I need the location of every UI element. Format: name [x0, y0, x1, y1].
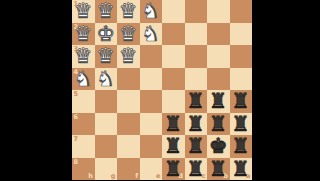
- white-knight[interactable]: ♞: [74, 67, 93, 90]
- square-f1[interactable]: ♛: [117, 0, 140, 23]
- square-c4[interactable]: [185, 68, 208, 91]
- square-g5[interactable]: [95, 90, 118, 113]
- square-e8[interactable]: e: [140, 158, 163, 181]
- black-rook[interactable]: ♜: [209, 90, 228, 113]
- square-d5[interactable]: [162, 90, 185, 113]
- white-knight[interactable]: ♞: [96, 67, 115, 90]
- square-g3[interactable]: ♛: [95, 45, 118, 68]
- square-a8[interactable]: a♜: [230, 158, 253, 181]
- file-label-f: f: [135, 173, 138, 180]
- black-rook[interactable]: ♜: [186, 90, 205, 113]
- square-c7[interactable]: ♜: [185, 135, 208, 158]
- file-label-e: e: [156, 173, 160, 180]
- square-e7[interactable]: [140, 135, 163, 158]
- square-a2[interactable]: [230, 23, 253, 46]
- black-rook[interactable]: ♜: [186, 112, 205, 135]
- white-knight[interactable]: ♞: [141, 22, 160, 45]
- square-g8[interactable]: g: [95, 158, 118, 181]
- square-d7[interactable]: ♜: [162, 135, 185, 158]
- white-queen[interactable]: ♛: [96, 45, 115, 68]
- white-queen[interactable]: ♛: [119, 22, 138, 45]
- square-b4[interactable]: [207, 68, 230, 91]
- square-b1[interactable]: [207, 0, 230, 23]
- square-f2[interactable]: ♛: [117, 23, 140, 46]
- black-rook[interactable]: ♜: [231, 90, 250, 113]
- square-f3[interactable]: ♛: [117, 45, 140, 68]
- black-rook[interactable]: ♜: [209, 157, 228, 180]
- white-queen[interactable]: ♛: [74, 22, 93, 45]
- square-c5[interactable]: ♜: [185, 90, 208, 113]
- square-h5[interactable]: 5: [72, 90, 95, 113]
- white-queen[interactable]: ♛: [119, 0, 138, 22]
- square-f7[interactable]: [117, 135, 140, 158]
- white-queen[interactable]: ♛: [119, 45, 138, 68]
- rank-label-5: 5: [74, 91, 79, 98]
- file-label-h: h: [88, 173, 93, 180]
- square-g2[interactable]: ♚: [95, 23, 118, 46]
- square-h2[interactable]: 2♛: [72, 23, 95, 46]
- black-rook[interactable]: ♜: [231, 112, 250, 135]
- black-king[interactable]: ♚: [209, 135, 228, 158]
- square-c2[interactable]: [185, 23, 208, 46]
- square-a6[interactable]: ♜: [230, 113, 253, 136]
- square-h1[interactable]: 1♛: [72, 0, 95, 23]
- square-e2[interactable]: ♞: [140, 23, 163, 46]
- square-e6[interactable]: [140, 113, 163, 136]
- square-d2[interactable]: [162, 23, 185, 46]
- square-e4[interactable]: [140, 68, 163, 91]
- white-queen[interactable]: ♛: [96, 0, 115, 22]
- square-g1[interactable]: ♛: [95, 0, 118, 23]
- square-h8[interactable]: 8h: [72, 158, 95, 181]
- square-f6[interactable]: [117, 113, 140, 136]
- square-b8[interactable]: b♜: [207, 158, 230, 181]
- square-e1[interactable]: ♞: [140, 0, 163, 23]
- black-rook[interactable]: ♜: [186, 135, 205, 158]
- square-f8[interactable]: f: [117, 158, 140, 181]
- square-g7[interactable]: [95, 135, 118, 158]
- square-b2[interactable]: [207, 23, 230, 46]
- square-g4[interactable]: ♞: [95, 68, 118, 91]
- file-label-g: g: [111, 173, 116, 180]
- square-h3[interactable]: 3♛: [72, 45, 95, 68]
- black-rook[interactable]: ♜: [231, 157, 250, 180]
- square-b7[interactable]: ♚: [207, 135, 230, 158]
- black-rook[interactable]: ♜: [164, 112, 183, 135]
- square-b3[interactable]: [207, 45, 230, 68]
- white-knight[interactable]: ♞: [141, 0, 160, 22]
- square-f4[interactable]: [117, 68, 140, 91]
- white-queen[interactable]: ♛: [74, 45, 93, 68]
- square-e5[interactable]: [140, 90, 163, 113]
- square-b6[interactable]: ♜: [207, 113, 230, 136]
- square-a3[interactable]: [230, 45, 253, 68]
- square-c8[interactable]: c♜: [185, 158, 208, 181]
- square-d1[interactable]: [162, 0, 185, 23]
- square-d3[interactable]: [162, 45, 185, 68]
- white-king[interactable]: ♚: [96, 22, 115, 45]
- rank-label-7: 7: [74, 136, 79, 143]
- square-a5[interactable]: ♜: [230, 90, 253, 113]
- black-rook[interactable]: ♜: [186, 157, 205, 180]
- square-h6[interactable]: 6: [72, 113, 95, 136]
- black-rook[interactable]: ♜: [164, 135, 183, 158]
- square-g6[interactable]: [95, 113, 118, 136]
- left-letterbox-bar: [0, 0, 72, 180]
- square-a1[interactable]: [230, 0, 253, 23]
- square-b5[interactable]: ♜: [207, 90, 230, 113]
- square-a7[interactable]: ♜: [230, 135, 253, 158]
- square-h4[interactable]: 4♞: [72, 68, 95, 91]
- square-c1[interactable]: [185, 0, 208, 23]
- square-c6[interactable]: ♜: [185, 113, 208, 136]
- square-f5[interactable]: [117, 90, 140, 113]
- video-frame: 1♛♛♛♞2♛♚♛♞3♛♛♛4♞♞5♜♜♜6♜♜♜♜7♜♜♚♜8hgfed♜c♜…: [0, 0, 320, 180]
- black-rook[interactable]: ♜: [209, 112, 228, 135]
- white-queen[interactable]: ♛: [74, 0, 93, 22]
- square-a4[interactable]: [230, 68, 253, 91]
- rank-label-8: 8: [74, 159, 79, 166]
- square-c3[interactable]: [185, 45, 208, 68]
- square-d6[interactable]: ♜: [162, 113, 185, 136]
- square-d8[interactable]: d♜: [162, 158, 185, 181]
- black-rook[interactable]: ♜: [231, 135, 250, 158]
- square-d4[interactable]: [162, 68, 185, 91]
- black-rook[interactable]: ♜: [164, 157, 183, 180]
- chess-board[interactable]: 1♛♛♛♞2♛♚♛♞3♛♛♛4♞♞5♜♜♜6♜♜♜♜7♜♜♚♜8hgfed♜c♜…: [72, 0, 252, 180]
- square-h7[interactable]: 7: [72, 135, 95, 158]
- square-e3[interactable]: [140, 45, 163, 68]
- right-letterbox-bar: [252, 0, 320, 180]
- rank-label-6: 6: [74, 114, 79, 121]
